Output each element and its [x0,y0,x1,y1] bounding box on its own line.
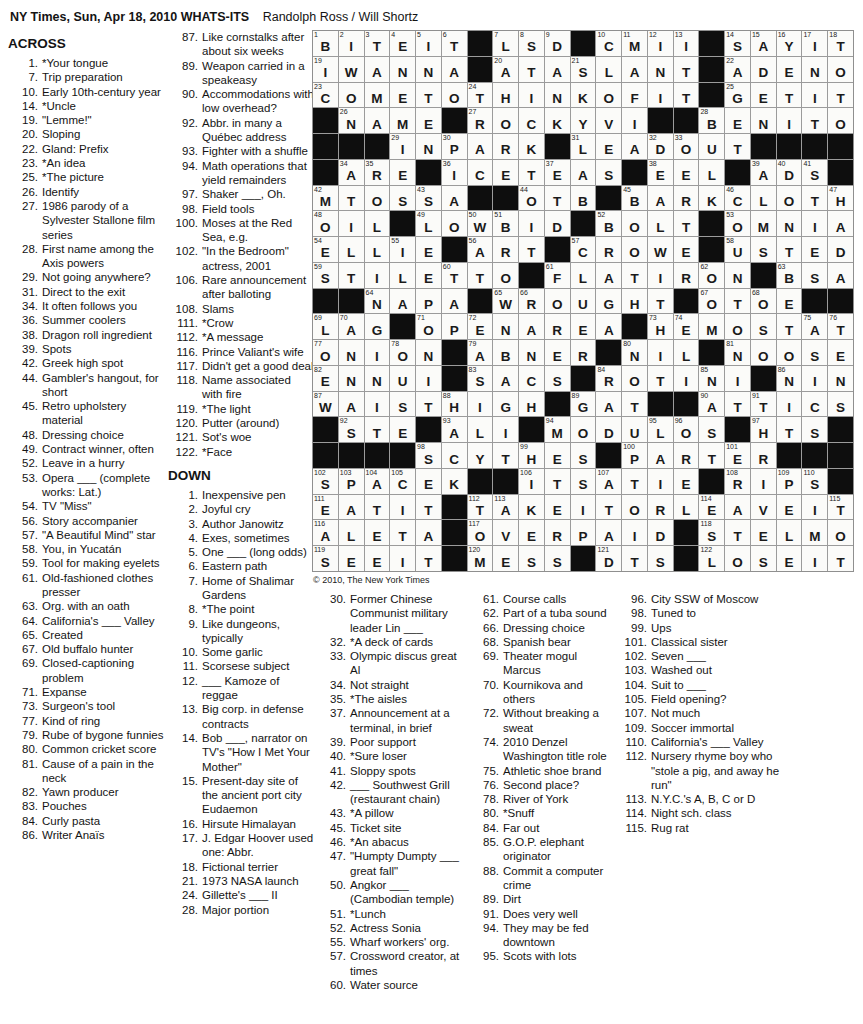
grid-cell-r16c16[interactable]: S [699,417,724,442]
grid-cell-r6c15[interactable]: E [674,160,699,185]
grid-cell-r13c5[interactable]: N [416,340,441,365]
grid-cell-r19c4[interactable]: I [390,495,415,520]
grid-cell-r1c14[interactable]: 12I [648,31,673,56]
grid-cell-r9c20[interactable]: E [802,237,827,262]
grid-cell-r20c10[interactable]: R [545,520,570,545]
grid-cell-r8c9[interactable]: I [519,211,544,236]
grid-cell-r10c20[interactable]: S [802,263,827,288]
grid-cell-r4c5[interactable]: E [416,108,441,133]
grid-cell-r4c19[interactable]: I [777,108,802,133]
grid-cell-r1c18[interactable]: 15A [751,31,776,56]
grid-cell-r20c18[interactable]: E [751,520,776,545]
grid-cell-r7c2[interactable]: T [339,186,364,211]
grid-cell-r12c20[interactable]: 75A [802,314,827,339]
grid-cell-r15c5[interactable]: T [416,392,441,417]
grid-cell-r3c4[interactable]: E [390,83,415,108]
grid-cell-r3c21[interactable]: T [828,83,853,108]
grid-cell-r19c21[interactable]: 115T [828,495,853,520]
grid-cell-r11c4[interactable]: A [390,289,415,314]
grid-cell-r3c9[interactable]: I [519,83,544,108]
grid-cell-r11c13[interactable]: H [622,289,647,314]
grid-cell-r19c20[interactable]: I [802,495,827,520]
grid-cell-r19c16[interactable]: 114E [699,495,724,520]
grid-cell-r2c20[interactable]: N [802,57,827,82]
grid-cell-r1c4[interactable]: 4E [390,31,415,56]
grid-cell-r15c4[interactable]: S [390,392,415,417]
grid-cell-r6c6[interactable]: 36I [442,160,467,185]
grid-cell-r9c7[interactable]: 56A [468,237,493,262]
grid-cell-r10c5[interactable]: E [416,263,441,288]
grid-cell-r9c2[interactable]: L [339,237,364,262]
grid-cell-r20c8[interactable]: V [493,520,518,545]
grid-cell-r12c15[interactable]: 74E [674,314,699,339]
grid-cell-r15c3[interactable]: I [365,392,390,417]
grid-cell-r21c17[interactable]: O [725,546,750,571]
grid-cell-r19c5[interactable]: T [416,495,441,520]
grid-cell-r9c9[interactable]: T [519,237,544,262]
grid-cell-r14c16[interactable]: 85N [699,366,724,391]
grid-cell-r10c7[interactable]: T [468,263,493,288]
grid-cell-r13c13[interactable]: 80N [622,340,647,365]
grid-cell-r21c8[interactable]: E [493,546,518,571]
grid-cell-r1c10[interactable]: 9D [545,31,570,56]
grid-cell-r12c5[interactable]: 71O [416,314,441,339]
grid-cell-r10c19[interactable]: 63B [777,263,802,288]
grid-cell-r1c9[interactable]: 8S [519,31,544,56]
grid-cell-r10c17[interactable]: N [725,263,750,288]
grid-cell-r3c5[interactable]: T [416,83,441,108]
grid-cell-r7c15[interactable]: R [674,186,699,211]
grid-cell-r10c6[interactable]: 60T [442,263,467,288]
grid-cell-r21c12[interactable]: 121D [596,546,621,571]
grid-cell-r9c3[interactable]: L [365,237,390,262]
grid-cell-r18c12[interactable]: 107A [596,469,621,494]
grid-cell-r3c7[interactable]: 24T [468,83,493,108]
grid-cell-r6c2[interactable]: 34A [339,160,364,185]
grid-cell-r6c12[interactable]: S [596,160,621,185]
grid-cell-r19c14[interactable]: R [648,495,673,520]
grid-cell-r18c15[interactable]: E [674,469,699,494]
grid-cell-r13c3[interactable]: I [365,340,390,365]
grid-cell-r10c3[interactable]: I [365,263,390,288]
grid-cell-r14c20[interactable]: I [802,366,827,391]
grid-cell-r9c14[interactable]: W [648,237,673,262]
grid-cell-r18c2[interactable]: 103P [339,469,364,494]
grid-cell-r13c11[interactable]: R [571,340,596,365]
grid-cell-r10c12[interactable]: A [596,263,621,288]
grid-cell-r5c5[interactable]: N [416,134,441,159]
grid-cell-r6c20[interactable]: 41S [802,160,827,185]
grid-cell-r10c13[interactable]: T [622,263,647,288]
grid-cell-r6c11[interactable]: A [571,160,596,185]
grid-cell-r6c9[interactable]: T [519,160,544,185]
grid-cell-r11c10[interactable]: O [545,289,570,314]
grid-cell-r12c2[interactable]: 70A [339,314,364,339]
grid-cell-r1c5[interactable]: 5I [416,31,441,56]
grid-cell-r1c13[interactable]: 11M [622,31,647,56]
grid-cell-r21c4[interactable]: I [390,546,415,571]
grid-cell-r10c8[interactable]: O [493,263,518,288]
grid-cell-r14c21[interactable]: N [828,366,853,391]
grid-cell-r21c10[interactable]: S [545,546,570,571]
grid-cell-r7c17[interactable]: 46C [725,186,750,211]
grid-cell-r5c4[interactable]: 29I [390,134,415,159]
grid-cell-r20c14[interactable]: D [648,520,673,545]
grid-cell-r3c13[interactable]: F [622,83,647,108]
grid-cell-r4c13[interactable]: I [622,108,647,133]
grid-cell-r11c16[interactable]: 67O [699,289,724,314]
grid-cell-r14c19[interactable]: 86N [777,366,802,391]
grid-cell-r15c21[interactable]: S [828,392,853,417]
grid-cell-r19c17[interactable]: A [725,495,750,520]
grid-cell-r19c8[interactable]: 113A [493,495,518,520]
grid-cell-r20c19[interactable]: L [777,520,802,545]
grid-cell-r12c8[interactable]: N [493,314,518,339]
grid-cell-r4c11[interactable]: Y [571,108,596,133]
grid-cell-r10c14[interactable]: I [648,263,673,288]
grid-cell-r15c16[interactable]: 90A [699,392,724,417]
grid-cell-r12c17[interactable]: O [725,314,750,339]
grid-cell-r8c8[interactable]: 51B [493,211,518,236]
grid-cell-r7c19[interactable]: O [777,186,802,211]
grid-cell-r12c18[interactable]: S [751,314,776,339]
grid-cell-r20c3[interactable]: E [365,520,390,545]
grid-cell-r14c2[interactable]: N [339,366,364,391]
grid-cell-r19c3[interactable]: T [365,495,390,520]
grid-cell-r14c5[interactable]: I [416,366,441,391]
grid-cell-r16c2[interactable]: 92S [339,417,364,442]
grid-cell-r5c15[interactable]: 33O [674,134,699,159]
grid-cell-r8c19[interactable]: N [777,211,802,236]
grid-cell-r12c3[interactable]: G [365,314,390,339]
grid-cell-r2c6[interactable]: A [442,57,467,82]
grid-cell-r21c18[interactable]: S [751,546,776,571]
grid-cell-r16c10[interactable]: 94M [545,417,570,442]
grid-cell-r7c10[interactable]: T [545,186,570,211]
grid-cell-r1c6[interactable]: 6T [442,31,467,56]
grid-cell-r14c7[interactable]: 83S [468,366,493,391]
grid-cell-r2c21[interactable]: O [828,57,853,82]
grid-cell-r18c10[interactable]: T [545,469,570,494]
grid-cell-r12c11[interactable]: E [571,314,596,339]
grid-cell-r18c3[interactable]: 104A [365,469,390,494]
grid-cell-r3c20[interactable]: I [802,83,827,108]
grid-cell-r20c11[interactable]: P [571,520,596,545]
grid-cell-r6c3[interactable]: 35R [365,160,390,185]
grid-cell-r17c5[interactable]: 98S [416,443,441,468]
grid-cell-r5c11[interactable]: 31L [571,134,596,159]
grid-cell-r9c12[interactable]: R [596,237,621,262]
grid-cell-r3c15[interactable]: T [674,83,699,108]
grid-cell-r13c14[interactable]: I [648,340,673,365]
grid-cell-r4c9[interactable]: C [519,108,544,133]
grid-cell-r2c19[interactable]: E [777,57,802,82]
grid-cell-r19c7[interactable]: 112T [468,495,493,520]
grid-cell-r10c16[interactable]: 62O [699,263,724,288]
grid-cell-r4c10[interactable]: K [545,108,570,133]
grid-cell-r11c11[interactable]: U [571,289,596,314]
grid-cell-r8c15[interactable]: T [674,211,699,236]
grid-cell-r6c19[interactable]: 40D [777,160,802,185]
grid-cell-r5c13[interactable]: A [622,134,647,159]
grid-cell-r7c16[interactable]: K [699,186,724,211]
grid-cell-r12c10[interactable]: R [545,314,570,339]
grid-cell-r16c14[interactable]: 95L [648,417,673,442]
grid-cell-r6c16[interactable]: L [699,160,724,185]
grid-cell-r20c5[interactable]: A [416,520,441,545]
grid-cell-r2c2[interactable]: W [339,57,364,82]
grid-cell-r4c4[interactable]: M [390,108,415,133]
grid-cell-r4c7[interactable]: 27R [468,108,493,133]
grid-cell-r15c2[interactable]: A [339,392,364,417]
grid-cell-r18c1[interactable]: 102S [313,469,338,494]
grid-cell-r1c12[interactable]: 10C [596,31,621,56]
grid-cell-r8c13[interactable]: O [622,211,647,236]
grid-cell-r19c13[interactable]: O [622,495,647,520]
grid-cell-r19c18[interactable]: V [751,495,776,520]
grid-cell-r10c11[interactable]: L [571,263,596,288]
grid-cell-r18c9[interactable]: 106I [519,469,544,494]
grid-cell-r9c1[interactable]: 54E [313,237,338,262]
grid-cell-r19c19[interactable]: E [777,495,802,520]
grid-cell-r9c19[interactable]: T [777,237,802,262]
grid-cell-r17c18[interactable]: R [751,443,776,468]
grid-cell-r1c20[interactable]: 17I [802,31,827,56]
grid-cell-r1c1[interactable]: 1B [313,31,338,56]
grid-cell-r7c11[interactable]: B [571,186,596,211]
grid-cell-r2c14[interactable]: N [648,57,673,82]
grid-cell-r21c7[interactable]: 120M [468,546,493,571]
grid-cell-r7c5[interactable]: 43S [416,186,441,211]
grid-cell-r17c13[interactable]: 100P [622,443,647,468]
grid-cell-r15c9[interactable]: H [519,392,544,417]
grid-cell-r13c9[interactable]: N [519,340,544,365]
grid-cell-r6c10[interactable]: 37E [545,160,570,185]
grid-cell-r3c14[interactable]: I [648,83,673,108]
grid-cell-r18c6[interactable]: K [442,469,467,494]
grid-cell-r9c11[interactable]: 57C [571,237,596,262]
grid-cell-r10c21[interactable]: A [828,263,853,288]
grid-cell-r7c21[interactable]: 47H [828,186,853,211]
grid-cell-r12c6[interactable]: P [442,314,467,339]
grid-cell-r8c12[interactable]: 52B [596,211,621,236]
grid-cell-r2c5[interactable]: N [416,57,441,82]
grid-cell-r4c2[interactable]: 26N [339,108,364,133]
grid-cell-r9c21[interactable]: D [828,237,853,262]
grid-cell-r20c20[interactable]: M [802,520,827,545]
grid-cell-r4c16[interactable]: 28B [699,108,724,133]
grid-cell-r9c13[interactable]: O [622,237,647,262]
grid-cell-r21c14[interactable]: S [648,546,673,571]
grid-cell-r16c12[interactable]: D [596,417,621,442]
grid-cell-r19c10[interactable]: E [545,495,570,520]
grid-cell-r17c16[interactable]: T [699,443,724,468]
grid-cell-r12c19[interactable]: T [777,314,802,339]
grid-cell-r8c17[interactable]: 53O [725,211,750,236]
grid-cell-r20c9[interactable]: E [519,520,544,545]
grid-cell-r10c15[interactable]: R [674,263,699,288]
grid-cell-r13c18[interactable]: O [751,340,776,365]
grid-cell-r21c16[interactable]: 122L [699,546,724,571]
grid-cell-r5c14[interactable]: 32D [648,134,673,159]
grid-cell-r3c18[interactable]: E [751,83,776,108]
grid-cell-r11c6[interactable]: A [442,289,467,314]
grid-cell-r20c13[interactable]: I [622,520,647,545]
grid-cell-r11c3[interactable]: 64N [365,289,390,314]
grid-cell-r16c18[interactable]: 97H [751,417,776,442]
grid-cell-r17c10[interactable]: E [545,443,570,468]
grid-cell-r11c8[interactable]: 65W [493,289,518,314]
grid-cell-r3c2[interactable]: O [339,83,364,108]
grid-cell-r16c3[interactable]: T [365,417,390,442]
grid-cell-r12c7[interactable]: 72E [468,314,493,339]
grid-cell-r16c11[interactable]: O [571,417,596,442]
grid-cell-r20c16[interactable]: 118S [699,520,724,545]
grid-cell-r12c9[interactable]: A [519,314,544,339]
grid-cell-r9c4[interactable]: 55I [390,237,415,262]
grid-cell-r13c7[interactable]: 79A [468,340,493,365]
grid-cell-r16c13[interactable]: U [622,417,647,442]
grid-cell-r1c3[interactable]: 3T [365,31,390,56]
grid-cell-r7c9[interactable]: 44O [519,186,544,211]
grid-cell-r18c14[interactable]: I [648,469,673,494]
grid-cell-r13c10[interactable]: E [545,340,570,365]
grid-cell-r5c17[interactable]: T [725,134,750,159]
grid-cell-r20c2[interactable]: L [339,520,364,545]
grid-cell-r2c4[interactable]: N [390,57,415,82]
grid-cell-r16c15[interactable]: 96O [674,417,699,442]
grid-cell-r16c20[interactable]: S [802,417,827,442]
grid-cell-r5c12[interactable]: E [596,134,621,159]
grid-cell-r1c2[interactable]: 2I [339,31,364,56]
grid-cell-r17c6[interactable]: C [442,443,467,468]
grid-cell-r5c8[interactable]: R [493,134,518,159]
grid-cell-r6c8[interactable]: E [493,160,518,185]
grid-cell-r2c18[interactable]: D [751,57,776,82]
grid-cell-r8c21[interactable]: A [828,211,853,236]
grid-cell-r16c8[interactable]: I [493,417,518,442]
grid-cell-r5c7[interactable]: A [468,134,493,159]
grid-cell-r19c12[interactable]: T [596,495,621,520]
grid-cell-r2c17[interactable]: 22A [725,57,750,82]
grid-cell-r12c12[interactable]: A [596,314,621,339]
grid-cell-r2c9[interactable]: T [519,57,544,82]
grid-cell-r8c2[interactable]: I [339,211,364,236]
grid-cell-r11c9[interactable]: 66R [519,289,544,314]
grid-cell-r17c17[interactable]: 101E [725,443,750,468]
grid-cell-r8c20[interactable]: I [802,211,827,236]
grid-cell-r4c20[interactable]: T [802,108,827,133]
grid-cell-r11c12[interactable]: G [596,289,621,314]
grid-cell-r19c11[interactable]: I [571,495,596,520]
grid-cell-r15c1[interactable]: 87W [313,392,338,417]
grid-cell-r7c14[interactable]: A [648,186,673,211]
grid-cell-r17c9[interactable]: 99H [519,443,544,468]
grid-cell-r18c11[interactable]: S [571,469,596,494]
grid-cell-r3c8[interactable]: H [493,83,518,108]
grid-cell-r12c16[interactable]: M [699,314,724,339]
grid-cell-r6c4[interactable]: E [390,160,415,185]
grid-cell-r20c7[interactable]: 117O [468,520,493,545]
grid-cell-r19c2[interactable]: A [339,495,364,520]
grid-cell-r16c19[interactable]: T [777,417,802,442]
grid-cell-r14c4[interactable]: U [390,366,415,391]
grid-cell-r7c13[interactable]: 45B [622,186,647,211]
grid-cell-r21c19[interactable]: E [777,546,802,571]
grid-cell-r11c19[interactable]: E [777,289,802,314]
grid-cell-r13c20[interactable]: S [802,340,827,365]
grid-cell-r13c2[interactable]: N [339,340,364,365]
grid-cell-r17c15[interactable]: R [674,443,699,468]
grid-cell-r18c13[interactable]: T [622,469,647,494]
grid-cell-r18c19[interactable]: 109P [777,469,802,494]
grid-cell-r13c21[interactable]: E [828,340,853,365]
grid-cell-r21c21[interactable]: T [828,546,853,571]
grid-cell-r14c13[interactable]: O [622,366,647,391]
grid-cell-r10c2[interactable]: T [339,263,364,288]
grid-cell-r7c3[interactable]: O [365,186,390,211]
grid-cell-r14c10[interactable]: S [545,366,570,391]
grid-cell-r18c5[interactable]: E [416,469,441,494]
grid-cell-r5c16[interactable]: U [699,134,724,159]
grid-cell-r7c4[interactable]: S [390,186,415,211]
grid-cell-r8c6[interactable]: O [442,211,467,236]
grid-cell-r4c3[interactable]: A [365,108,390,133]
grid-cell-r3c12[interactable]: O [596,83,621,108]
grid-cell-r11c18[interactable]: 68O [751,289,776,314]
grid-cell-r15c12[interactable]: A [596,392,621,417]
grid-cell-r14c15[interactable]: I [674,366,699,391]
grid-cell-r21c20[interactable]: I [802,546,827,571]
grid-cell-r20c4[interactable]: T [390,520,415,545]
grid-cell-r21c9[interactable]: S [519,546,544,571]
grid-cell-r17c7[interactable]: Y [468,443,493,468]
grid-cell-r10c10[interactable]: 61F [545,263,570,288]
grid-cell-r12c14[interactable]: 73H [648,314,673,339]
grid-cell-r8c18[interactable]: M [751,211,776,236]
grid-cell-r8c5[interactable]: 49L [416,211,441,236]
grid-cell-r21c5[interactable]: T [416,546,441,571]
grid-cell-r11c5[interactable]: P [416,289,441,314]
grid-cell-r14c8[interactable]: A [493,366,518,391]
grid-cell-r4c12[interactable]: V [596,108,621,133]
grid-cell-r18c17[interactable]: 108R [725,469,750,494]
grid-cell-r3c19[interactable]: T [777,83,802,108]
grid-cell-r3c10[interactable]: N [545,83,570,108]
grid-cell-r1c17[interactable]: 14S [725,31,750,56]
grid-cell-r3c17[interactable]: 25G [725,83,750,108]
grid-cell-r2c8[interactable]: 20A [493,57,518,82]
grid-cell-r8c10[interactable]: D [545,211,570,236]
grid-cell-r11c17[interactable]: T [725,289,750,314]
grid-cell-r3c1[interactable]: 23C [313,83,338,108]
grid-cell-r4c21[interactable]: O [828,108,853,133]
grid-cell-r14c14[interactable]: T [648,366,673,391]
grid-cell-r17c8[interactable]: T [493,443,518,468]
grid-cell-r19c9[interactable]: K [519,495,544,520]
grid-cell-r13c8[interactable]: B [493,340,518,365]
grid-cell-r14c3[interactable]: N [365,366,390,391]
grid-cell-r14c12[interactable]: 84R [596,366,621,391]
grid-cell-r8c14[interactable]: L [648,211,673,236]
grid-cell-r5c6[interactable]: 30P [442,134,467,159]
grid-cell-r20c17[interactable]: T [725,520,750,545]
grid-cell-r21c1[interactable]: 119S [313,546,338,571]
grid-cell-r21c2[interactable]: E [339,546,364,571]
grid-cell-r13c17[interactable]: 81N [725,340,750,365]
grid-cell-r7c1[interactable]: 42M [313,186,338,211]
grid-cell-r1c15[interactable]: 13I [674,31,699,56]
